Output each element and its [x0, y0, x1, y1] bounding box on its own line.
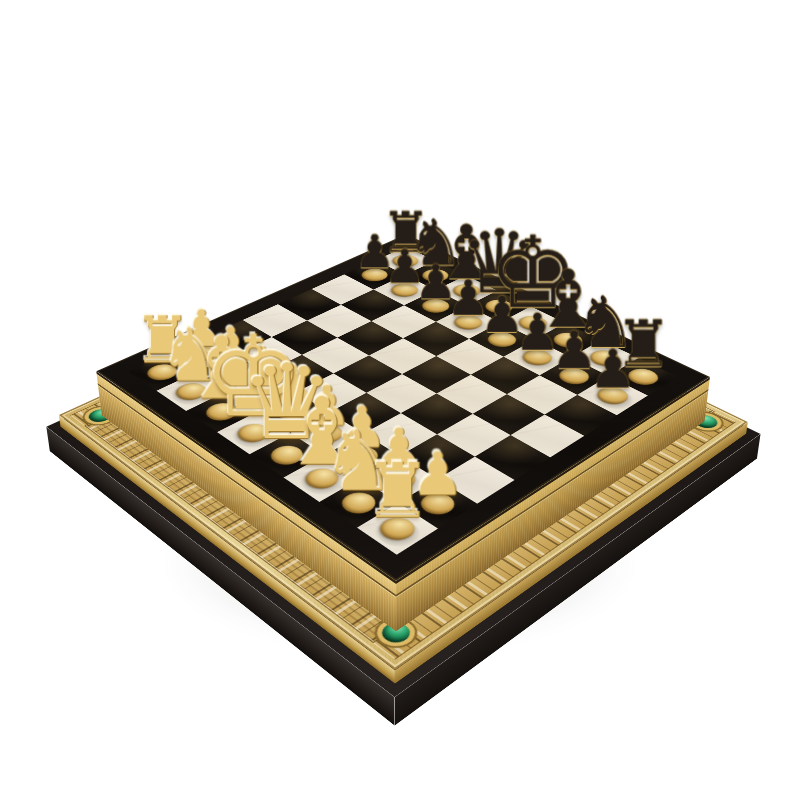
product-photo-stage: Luxury handcrafted chess set: polished g…: [0, 0, 800, 800]
scene: ♜♞♝♛♚♝♞♜♟♟♟♟♟♟♟♟♟♟♟♟♟♟♟♟♜♞♝♚♛♝♞♜: [0, 0, 800, 800]
black-pawn-glyph: ♟: [538, 342, 686, 395]
white-rook-glyph: ♜: [312, 453, 483, 529]
